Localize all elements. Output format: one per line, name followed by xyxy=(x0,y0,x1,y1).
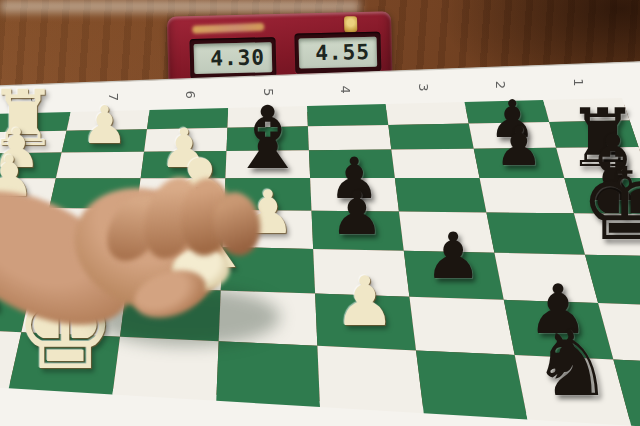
board-square xyxy=(216,341,320,407)
board-square xyxy=(480,178,574,213)
board-square xyxy=(543,98,629,122)
board-square xyxy=(504,300,614,360)
board-square xyxy=(309,149,395,178)
board-square xyxy=(56,152,144,178)
board-square xyxy=(67,110,150,131)
board-square xyxy=(416,350,527,419)
board-square xyxy=(395,178,487,212)
board-square xyxy=(227,106,307,128)
board-square xyxy=(9,332,120,394)
board-square xyxy=(141,151,227,178)
border-digit-1: 1 xyxy=(571,78,586,86)
board-square xyxy=(486,212,585,254)
board-square xyxy=(0,131,67,154)
board-square xyxy=(315,294,416,351)
board-square xyxy=(313,249,409,297)
board-square xyxy=(113,337,219,401)
board-square xyxy=(409,297,514,355)
board-square xyxy=(564,178,640,214)
board-square xyxy=(0,112,71,132)
board-square xyxy=(404,251,504,300)
board-square xyxy=(312,211,404,251)
board-square xyxy=(144,128,227,152)
board-square xyxy=(494,253,598,303)
board-square xyxy=(556,147,640,178)
board-square xyxy=(469,122,556,149)
border-digit-3: 3 xyxy=(416,83,431,91)
photo-frame: 4.30 4.55 87654321 ♜♟♟♟♟♝♟♜♟♟♝♟♟♚♟♟♟♟♚♞♝ xyxy=(0,0,640,426)
board-square xyxy=(308,125,391,150)
board-square xyxy=(147,108,228,129)
board-square xyxy=(391,149,479,178)
border-digit-8: 8 xyxy=(28,95,43,103)
board-square xyxy=(307,104,388,126)
board-square xyxy=(515,355,632,426)
border-digit-6: 6 xyxy=(183,90,198,98)
board-square xyxy=(310,178,399,212)
board-square xyxy=(386,102,469,125)
board-square xyxy=(399,212,494,253)
board-square xyxy=(226,126,308,151)
board-square xyxy=(549,121,638,148)
board-square xyxy=(0,153,62,179)
board-square xyxy=(317,346,423,413)
board-square xyxy=(465,100,550,123)
board-square xyxy=(225,150,310,178)
board-square xyxy=(474,148,565,178)
border-digit-5: 5 xyxy=(261,88,276,96)
border-digit-4: 4 xyxy=(338,86,353,94)
border-digit-2: 2 xyxy=(493,81,508,89)
board-square xyxy=(62,129,147,152)
border-digit-7: 7 xyxy=(106,93,121,101)
board-square xyxy=(388,123,473,149)
